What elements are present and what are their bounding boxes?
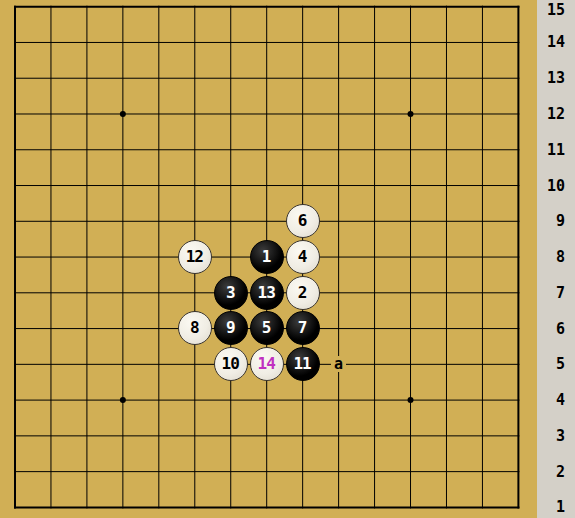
stone-black-9[interactable]: 9 xyxy=(214,311,248,345)
stone-white-6[interactable]: 6 xyxy=(286,204,320,238)
move-number: 3 xyxy=(226,285,236,301)
coordinate-strip: 151413121110987654321 xyxy=(537,0,575,518)
row-coordinate-label: 9 xyxy=(556,214,565,229)
move-number: 8 xyxy=(190,320,200,336)
row-coordinate-label: 7 xyxy=(556,285,565,300)
move-number: 13 xyxy=(258,285,276,301)
move-number: 5 xyxy=(262,320,272,336)
row-coordinate-label: 2 xyxy=(556,464,565,479)
row-coordinate-label: 15 xyxy=(547,3,565,18)
stone-black-7[interactable]: 7 xyxy=(286,311,320,345)
board-intersections-grid[interactable]: 1234567891011121314a xyxy=(0,0,536,518)
move-number: 12 xyxy=(186,249,204,265)
row-coordinate-label: 3 xyxy=(556,428,565,443)
stone-black-1[interactable]: 1 xyxy=(250,240,284,274)
move-number: 4 xyxy=(298,249,308,265)
stone-white-4[interactable]: 4 xyxy=(286,240,320,274)
row-coordinate-label: 13 xyxy=(547,71,565,86)
move-number: 1 xyxy=(262,249,272,265)
row-coordinate-label: 1 xyxy=(556,500,565,515)
move-number: 6 xyxy=(298,213,308,229)
stone-white-10[interactable]: 10 xyxy=(214,347,248,381)
go-diagram-window: 1234567891011121314a 1514131211109876543… xyxy=(0,0,575,518)
row-coordinate-label: 8 xyxy=(556,250,565,265)
move-number: 2 xyxy=(298,285,308,301)
point-label-a[interactable]: a xyxy=(331,356,346,373)
row-coordinate-label: 12 xyxy=(547,106,565,121)
row-coordinate-label: 10 xyxy=(547,178,565,193)
move-number: 10 xyxy=(222,356,240,372)
stone-white-14[interactable]: 14 xyxy=(250,347,284,381)
go-board[interactable]: 1234567891011121314a xyxy=(0,0,537,518)
move-number: 7 xyxy=(298,320,308,336)
stone-black-13[interactable]: 13 xyxy=(250,276,284,310)
move-number: 9 xyxy=(226,320,236,336)
stone-white-8[interactable]: 8 xyxy=(178,311,212,345)
stone-black-11[interactable]: 11 xyxy=(286,347,320,381)
row-coordinate-label: 11 xyxy=(547,142,565,157)
row-coordinate-label: 4 xyxy=(556,393,565,408)
move-number: 14 xyxy=(258,356,276,372)
stone-white-2[interactable]: 2 xyxy=(286,276,320,310)
row-coordinate-label: 6 xyxy=(556,321,565,336)
stone-white-12[interactable]: 12 xyxy=(178,240,212,274)
stone-black-5[interactable]: 5 xyxy=(250,311,284,345)
row-coordinate-label: 5 xyxy=(556,357,565,372)
stone-black-3[interactable]: 3 xyxy=(214,276,248,310)
move-number: 11 xyxy=(293,356,311,372)
row-coordinate-label: 14 xyxy=(547,35,565,50)
